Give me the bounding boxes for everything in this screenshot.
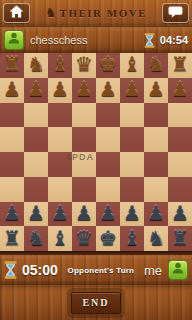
square[interactable]: ♟ — [120, 78, 144, 103]
chess-piece: ♟ — [99, 203, 117, 223]
chess-piece: ♟ — [75, 79, 93, 99]
square[interactable]: ♟ — [96, 78, 120, 103]
square[interactable] — [120, 103, 144, 128]
square[interactable]: ♟ — [24, 202, 48, 227]
square[interactable]: ♟ — [48, 78, 72, 103]
square[interactable] — [24, 177, 48, 202]
opponent-timer: 04:54 — [160, 34, 188, 46]
my-name: me — [144, 263, 162, 278]
chess-piece: ♛ — [75, 228, 93, 248]
square[interactable] — [144, 127, 168, 152]
square[interactable] — [168, 127, 192, 152]
square[interactable]: ♟ — [168, 202, 192, 227]
turn-status: Opponent's Turn — [58, 266, 144, 275]
square[interactable] — [120, 177, 144, 202]
square[interactable]: ♛ — [72, 53, 96, 78]
opponent-avatar — [4, 30, 24, 50]
square[interactable] — [24, 103, 48, 128]
end-button[interactable]: END — [71, 292, 121, 314]
chess-piece: ♞ — [27, 228, 45, 248]
opponent-bar: chesschess 04:54 — [0, 27, 192, 53]
chess-piece: ♞ — [27, 54, 45, 74]
bottom-bar: END — [0, 285, 192, 320]
chess-piece: ♟ — [99, 79, 117, 99]
home-button[interactable] — [3, 3, 30, 23]
square[interactable] — [0, 103, 24, 128]
chess-piece: ♝ — [123, 54, 141, 74]
square[interactable]: ♚ — [96, 226, 120, 251]
square[interactable] — [168, 177, 192, 202]
chess-piece: ♟ — [171, 203, 189, 223]
hourglass-icon — [144, 33, 155, 48]
square[interactable] — [72, 127, 96, 152]
square[interactable] — [0, 152, 24, 177]
square[interactable]: ♞ — [144, 226, 168, 251]
square[interactable] — [168, 103, 192, 128]
square[interactable] — [96, 177, 120, 202]
chess-piece: ♚ — [99, 228, 117, 248]
watermark: 4PDA — [66, 152, 94, 162]
chess-piece: ♟ — [51, 79, 69, 99]
chess-piece: ♛ — [75, 54, 93, 74]
chess-piece: ♝ — [51, 228, 69, 248]
chess-board: 4PDA ♜♞♝♛♚♝♞♜♟♟♟♟♟♟♟♟♟♟♟♟♟♟♟♟♜♞♝♛♚♝♞♜ — [0, 53, 192, 251]
chess-piece: ♟ — [27, 203, 45, 223]
chess-piece: ♝ — [51, 54, 69, 74]
square[interactable]: ♟ — [72, 78, 96, 103]
square[interactable] — [0, 177, 24, 202]
square[interactable] — [48, 127, 72, 152]
my-timer: 05:00 — [22, 262, 58, 278]
chess-piece: ♟ — [123, 79, 141, 99]
square[interactable]: ♞ — [144, 53, 168, 78]
square[interactable] — [96, 152, 120, 177]
app-window: ♞ THEIR MOVE chesschess — [0, 0, 192, 320]
chess-piece: ♟ — [171, 79, 189, 99]
chess-piece: ♜ — [171, 228, 189, 248]
square[interactable] — [24, 127, 48, 152]
square[interactable]: ♝ — [120, 226, 144, 251]
square[interactable]: ♟ — [48, 202, 72, 227]
chess-piece: ♟ — [27, 79, 45, 99]
chess-piece: ♜ — [3, 54, 21, 74]
square[interactable]: ♜ — [0, 53, 24, 78]
person-icon — [6, 30, 22, 50]
chat-button[interactable] — [162, 3, 189, 23]
knight-icon: ♞ — [45, 6, 57, 19]
square[interactable] — [120, 127, 144, 152]
square[interactable] — [72, 103, 96, 128]
square[interactable] — [48, 177, 72, 202]
top-bar: ♞ THEIR MOVE — [0, 0, 192, 27]
square[interactable] — [48, 103, 72, 128]
square[interactable]: ♜ — [168, 226, 192, 251]
square[interactable] — [168, 152, 192, 177]
chess-piece: ♟ — [147, 203, 165, 223]
square[interactable] — [24, 152, 48, 177]
chess-piece: ♟ — [147, 79, 165, 99]
square[interactable]: ♚ — [96, 53, 120, 78]
chess-piece: ♜ — [3, 228, 21, 248]
square[interactable]: ♟ — [144, 78, 168, 103]
chess-piece: ♟ — [75, 203, 93, 223]
square[interactable] — [120, 152, 144, 177]
square[interactable] — [96, 127, 120, 152]
square[interactable]: ♟ — [24, 78, 48, 103]
player-bar: 05:00 Opponent's Turn me — [0, 255, 192, 285]
page-title-text: THEIR MOVE — [60, 7, 147, 19]
hourglass-icon — [4, 261, 17, 279]
square[interactable] — [72, 177, 96, 202]
square[interactable]: ♟ — [144, 202, 168, 227]
chess-piece: ♟ — [123, 203, 141, 223]
home-icon — [9, 5, 24, 21]
person-icon — [170, 260, 186, 280]
square[interactable]: ♝ — [120, 53, 144, 78]
square[interactable]: ♛ — [72, 226, 96, 251]
square[interactable] — [0, 127, 24, 152]
square[interactable] — [96, 103, 120, 128]
chess-piece: ♟ — [3, 79, 21, 99]
square[interactable]: ♟ — [72, 202, 96, 227]
square[interactable]: ♝ — [48, 226, 72, 251]
square[interactable] — [144, 152, 168, 177]
square[interactable]: ♟ — [120, 202, 144, 227]
square[interactable]: ♟ — [0, 202, 24, 227]
my-avatar — [168, 260, 188, 280]
chess-piece: ♝ — [123, 228, 141, 248]
square[interactable]: ♟ — [0, 78, 24, 103]
square[interactable]: ♜ — [0, 226, 24, 251]
opponent-name: chesschess — [30, 34, 87, 46]
square[interactable]: ♜ — [168, 53, 192, 78]
chess-piece: ♞ — [147, 54, 165, 74]
square[interactable]: ♞ — [24, 226, 48, 251]
square[interactable] — [144, 177, 168, 202]
chess-piece: ♜ — [171, 54, 189, 74]
chat-icon — [168, 6, 183, 21]
page-title: ♞ THEIR MOVE — [45, 7, 147, 20]
square[interactable]: ♟ — [96, 202, 120, 227]
square[interactable]: ♝ — [48, 53, 72, 78]
square[interactable]: ♟ — [168, 78, 192, 103]
square[interactable]: ♞ — [24, 53, 48, 78]
square[interactable] — [144, 103, 168, 128]
chess-piece: ♚ — [99, 54, 117, 74]
chess-piece: ♞ — [147, 228, 165, 248]
chess-piece: ♟ — [3, 203, 21, 223]
chess-piece: ♟ — [51, 203, 69, 223]
